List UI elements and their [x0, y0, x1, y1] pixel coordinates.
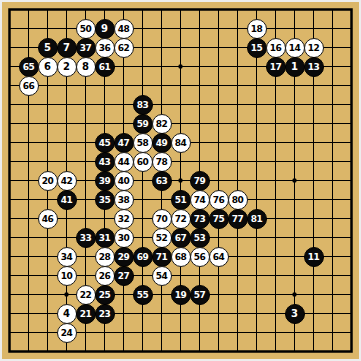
intersection-8-9[interactable]: 60 — [133, 152, 152, 171]
intersection-17-15[interactable] — [304, 266, 323, 285]
intersection-7-16[interactable] — [114, 285, 133, 304]
intersection-15-3[interactable]: 16 — [266, 38, 285, 57]
intersection-1-4[interactable] — [0, 57, 19, 76]
stone-black-11[interactable]: 11 — [304, 247, 324, 267]
intersection-11-3[interactable] — [190, 38, 209, 57]
intersection-14-14[interactable] — [247, 247, 266, 266]
stone-white-70[interactable]: 70 — [152, 209, 172, 229]
stone-black-19[interactable]: 19 — [171, 285, 191, 305]
intersection-8-12[interactable] — [133, 209, 152, 228]
intersection-7-10[interactable]: 40 — [114, 171, 133, 190]
intersection-17-9[interactable] — [304, 152, 323, 171]
intersection-1-18[interactable] — [0, 323, 19, 342]
intersection-9-10[interactable]: 63 — [152, 171, 171, 190]
intersection-5-11[interactable] — [76, 190, 95, 209]
stone-white-84[interactable]: 84 — [171, 133, 191, 153]
intersection-1-14[interactable] — [0, 247, 19, 266]
intersection-1-16[interactable] — [0, 285, 19, 304]
intersection-7-1[interactable] — [114, 0, 133, 19]
stone-black-9[interactable]: 9 — [95, 19, 115, 39]
intersection-1-15[interactable] — [0, 266, 19, 285]
intersection-3-18[interactable] — [38, 323, 57, 342]
intersection-8-6[interactable]: 83 — [133, 95, 152, 114]
stone-black-35[interactable]: 35 — [95, 190, 115, 210]
intersection-8-8[interactable]: 58 — [133, 133, 152, 152]
intersection-19-13[interactable] — [342, 228, 361, 247]
intersection-6-15[interactable]: 26 — [95, 266, 114, 285]
intersection-16-16[interactable] — [285, 285, 304, 304]
intersection-2-16[interactable] — [19, 285, 38, 304]
intersection-7-12[interactable]: 32 — [114, 209, 133, 228]
intersection-1-13[interactable] — [0, 228, 19, 247]
stone-white-2[interactable]: 2 — [57, 57, 77, 77]
intersection-14-11[interactable] — [247, 190, 266, 209]
intersection-4-12[interactable] — [57, 209, 76, 228]
intersection-12-2[interactable] — [209, 19, 228, 38]
intersection-9-14[interactable]: 71 — [152, 247, 171, 266]
stone-black-77[interactable]: 77 — [228, 209, 248, 229]
intersection-17-6[interactable] — [304, 95, 323, 114]
stone-white-58[interactable]: 58 — [133, 133, 153, 153]
intersection-9-19[interactable] — [152, 342, 171, 361]
stone-black-31[interactable]: 31 — [95, 228, 115, 248]
intersection-12-9[interactable] — [209, 152, 228, 171]
intersection-5-4[interactable]: 8 — [76, 57, 95, 76]
intersection-2-9[interactable] — [19, 152, 38, 171]
intersection-8-10[interactable] — [133, 171, 152, 190]
intersection-14-6[interactable] — [247, 95, 266, 114]
stone-white-82[interactable]: 82 — [152, 114, 172, 134]
intersection-11-15[interactable] — [190, 266, 209, 285]
intersection-12-16[interactable] — [209, 285, 228, 304]
intersection-14-10[interactable] — [247, 171, 266, 190]
intersection-17-4[interactable]: 13 — [304, 57, 323, 76]
intersection-1-2[interactable] — [0, 19, 19, 38]
stone-black-15[interactable]: 15 — [247, 38, 267, 58]
stone-black-25[interactable]: 25 — [95, 285, 115, 305]
stone-black-39[interactable]: 39 — [95, 171, 115, 191]
intersection-11-11[interactable]: 74 — [190, 190, 209, 209]
intersection-18-11[interactable] — [323, 190, 342, 209]
intersection-1-6[interactable] — [0, 95, 19, 114]
intersection-15-14[interactable] — [266, 247, 285, 266]
intersection-10-1[interactable] — [171, 0, 190, 19]
intersection-12-3[interactable] — [209, 38, 228, 57]
intersection-15-9[interactable] — [266, 152, 285, 171]
intersection-14-12[interactable]: 81 — [247, 209, 266, 228]
intersection-14-3[interactable]: 15 — [247, 38, 266, 57]
intersection-2-13[interactable] — [19, 228, 38, 247]
stone-black-75[interactable]: 75 — [209, 209, 229, 229]
intersection-10-5[interactable] — [171, 76, 190, 95]
intersection-19-11[interactable] — [342, 190, 361, 209]
intersection-14-13[interactable] — [247, 228, 266, 247]
intersection-18-18[interactable] — [323, 323, 342, 342]
intersection-13-7[interactable] — [228, 114, 247, 133]
intersection-19-8[interactable] — [342, 133, 361, 152]
intersection-11-18[interactable] — [190, 323, 209, 342]
intersection-12-19[interactable] — [209, 342, 228, 361]
intersection-4-2[interactable] — [57, 19, 76, 38]
stone-white-78[interactable]: 78 — [152, 152, 172, 172]
stone-white-60[interactable]: 60 — [133, 152, 153, 172]
intersection-4-4[interactable]: 2 — [57, 57, 76, 76]
intersection-6-6[interactable] — [95, 95, 114, 114]
intersection-17-5[interactable] — [304, 76, 323, 95]
stone-black-13[interactable]: 13 — [304, 57, 324, 77]
intersection-18-14[interactable] — [323, 247, 342, 266]
intersection-16-7[interactable] — [285, 114, 304, 133]
intersection-10-19[interactable] — [171, 342, 190, 361]
intersection-19-4[interactable] — [342, 57, 361, 76]
intersection-8-13[interactable] — [133, 228, 152, 247]
stone-white-32[interactable]: 32 — [114, 209, 134, 229]
intersection-15-11[interactable] — [266, 190, 285, 209]
intersection-8-7[interactable]: 59 — [133, 114, 152, 133]
intersection-17-16[interactable] — [304, 285, 323, 304]
intersection-4-1[interactable] — [57, 0, 76, 19]
intersection-13-2[interactable] — [228, 19, 247, 38]
intersection-14-16[interactable] — [247, 285, 266, 304]
intersection-9-4[interactable] — [152, 57, 171, 76]
intersection-12-1[interactable] — [209, 0, 228, 19]
intersection-4-3[interactable]: 7 — [57, 38, 76, 57]
intersection-1-11[interactable] — [0, 190, 19, 209]
intersection-11-4[interactable] — [190, 57, 209, 76]
intersection-17-13[interactable] — [304, 228, 323, 247]
intersection-2-1[interactable] — [19, 0, 38, 19]
stone-white-54[interactable]: 54 — [152, 266, 172, 286]
intersection-4-10[interactable]: 42 — [57, 171, 76, 190]
stone-white-36[interactable]: 36 — [95, 38, 115, 58]
intersection-16-10[interactable] — [285, 171, 304, 190]
intersection-14-15[interactable] — [247, 266, 266, 285]
intersection-12-12[interactable]: 75 — [209, 209, 228, 228]
stone-white-68[interactable]: 68 — [171, 247, 191, 267]
stone-black-29[interactable]: 29 — [114, 247, 134, 267]
intersection-15-13[interactable] — [266, 228, 285, 247]
intersection-10-9[interactable] — [171, 152, 190, 171]
stone-black-69[interactable]: 69 — [133, 247, 153, 267]
intersection-7-7[interactable] — [114, 114, 133, 133]
intersection-5-10[interactable] — [76, 171, 95, 190]
intersection-3-7[interactable] — [38, 114, 57, 133]
intersection-19-14[interactable] — [342, 247, 361, 266]
intersection-6-12[interactable] — [95, 209, 114, 228]
stone-black-71[interactable]: 71 — [152, 247, 172, 267]
intersection-4-13[interactable] — [57, 228, 76, 247]
intersection-6-1[interactable] — [95, 0, 114, 19]
intersection-19-5[interactable] — [342, 76, 361, 95]
stone-black-63[interactable]: 63 — [152, 171, 172, 191]
stone-white-34[interactable]: 34 — [57, 247, 77, 267]
intersection-15-19[interactable] — [266, 342, 285, 361]
stone-black-5[interactable]: 5 — [38, 38, 58, 58]
stone-white-10[interactable]: 10 — [57, 266, 77, 286]
intersection-13-17[interactable] — [228, 304, 247, 323]
intersection-3-12[interactable]: 46 — [38, 209, 57, 228]
intersection-2-18[interactable] — [19, 323, 38, 342]
intersection-16-11[interactable] — [285, 190, 304, 209]
intersection-5-7[interactable] — [76, 114, 95, 133]
intersection-9-5[interactable] — [152, 76, 171, 95]
intersection-2-14[interactable] — [19, 247, 38, 266]
intersection-19-6[interactable] — [342, 95, 361, 114]
intersection-10-12[interactable]: 72 — [171, 209, 190, 228]
intersection-3-15[interactable] — [38, 266, 57, 285]
intersection-5-14[interactable] — [76, 247, 95, 266]
intersection-17-1[interactable] — [304, 0, 323, 19]
intersection-18-8[interactable] — [323, 133, 342, 152]
intersection-3-3[interactable]: 5 — [38, 38, 57, 57]
intersection-5-5[interactable] — [76, 76, 95, 95]
intersection-1-9[interactable] — [0, 152, 19, 171]
intersection-2-6[interactable] — [19, 95, 38, 114]
intersection-11-10[interactable]: 79 — [190, 171, 209, 190]
intersection-9-2[interactable] — [152, 19, 171, 38]
intersection-15-2[interactable] — [266, 19, 285, 38]
intersection-5-18[interactable] — [76, 323, 95, 342]
intersection-15-4[interactable]: 17 — [266, 57, 285, 76]
intersection-2-8[interactable] — [19, 133, 38, 152]
stone-black-33[interactable]: 33 — [76, 228, 96, 248]
intersection-6-9[interactable]: 43 — [95, 152, 114, 171]
intersection-1-8[interactable] — [0, 133, 19, 152]
stone-black-3[interactable]: 3 — [285, 304, 305, 324]
intersection-4-7[interactable] — [57, 114, 76, 133]
intersection-15-17[interactable] — [266, 304, 285, 323]
intersection-1-12[interactable] — [0, 209, 19, 228]
intersection-19-18[interactable] — [342, 323, 361, 342]
intersection-5-3[interactable]: 37 — [76, 38, 95, 57]
intersection-15-8[interactable] — [266, 133, 285, 152]
intersection-6-3[interactable]: 36 — [95, 38, 114, 57]
intersection-9-15[interactable]: 54 — [152, 266, 171, 285]
stone-white-64[interactable]: 64 — [209, 247, 229, 267]
intersection-14-1[interactable] — [247, 0, 266, 19]
intersection-9-9[interactable]: 78 — [152, 152, 171, 171]
intersection-9-6[interactable] — [152, 95, 171, 114]
stone-black-49[interactable]: 49 — [152, 133, 172, 153]
intersection-6-10[interactable]: 39 — [95, 171, 114, 190]
intersection-13-14[interactable] — [228, 247, 247, 266]
intersection-10-7[interactable] — [171, 114, 190, 133]
stone-black-17[interactable]: 17 — [266, 57, 286, 77]
stone-white-18[interactable]: 18 — [247, 19, 267, 39]
intersection-19-15[interactable] — [342, 266, 361, 285]
stone-white-46[interactable]: 46 — [38, 209, 58, 229]
intersection-9-3[interactable] — [152, 38, 171, 57]
stone-black-51[interactable]: 51 — [171, 190, 191, 210]
intersection-12-14[interactable]: 64 — [209, 247, 228, 266]
intersection-18-10[interactable] — [323, 171, 342, 190]
stone-white-30[interactable]: 30 — [114, 228, 134, 248]
intersection-4-6[interactable] — [57, 95, 76, 114]
intersection-16-4[interactable]: 1 — [285, 57, 304, 76]
stone-white-74[interactable]: 74 — [190, 190, 210, 210]
intersection-8-15[interactable] — [133, 266, 152, 285]
intersection-3-16[interactable] — [38, 285, 57, 304]
intersection-11-16[interactable]: 57 — [190, 285, 209, 304]
intersection-11-12[interactable]: 73 — [190, 209, 209, 228]
intersection-2-17[interactable] — [19, 304, 38, 323]
intersection-10-11[interactable]: 51 — [171, 190, 190, 209]
intersection-18-6[interactable] — [323, 95, 342, 114]
stone-white-76[interactable]: 76 — [209, 190, 229, 210]
intersection-6-17[interactable]: 23 — [95, 304, 114, 323]
intersection-10-13[interactable]: 67 — [171, 228, 190, 247]
intersection-5-8[interactable] — [76, 133, 95, 152]
intersection-12-11[interactable]: 76 — [209, 190, 228, 209]
intersection-13-11[interactable]: 80 — [228, 190, 247, 209]
intersection-2-19[interactable] — [19, 342, 38, 361]
intersection-16-5[interactable] — [285, 76, 304, 95]
intersection-15-5[interactable] — [266, 76, 285, 95]
intersection-7-18[interactable] — [114, 323, 133, 342]
intersection-4-14[interactable]: 34 — [57, 247, 76, 266]
intersection-17-14[interactable]: 11 — [304, 247, 323, 266]
intersection-15-16[interactable] — [266, 285, 285, 304]
intersection-9-16[interactable] — [152, 285, 171, 304]
intersection-19-7[interactable] — [342, 114, 361, 133]
intersection-1-3[interactable] — [0, 38, 19, 57]
intersection-18-3[interactable] — [323, 38, 342, 57]
intersection-7-3[interactable]: 62 — [114, 38, 133, 57]
intersection-17-8[interactable] — [304, 133, 323, 152]
intersection-13-8[interactable] — [228, 133, 247, 152]
intersection-8-2[interactable] — [133, 19, 152, 38]
intersection-18-16[interactable] — [323, 285, 342, 304]
intersection-17-7[interactable] — [304, 114, 323, 133]
intersection-6-5[interactable] — [95, 76, 114, 95]
intersection-1-7[interactable] — [0, 114, 19, 133]
intersection-11-17[interactable] — [190, 304, 209, 323]
stone-black-67[interactable]: 67 — [171, 228, 191, 248]
intersection-13-1[interactable] — [228, 0, 247, 19]
intersection-10-16[interactable]: 19 — [171, 285, 190, 304]
intersection-2-11[interactable] — [19, 190, 38, 209]
intersection-3-1[interactable] — [38, 0, 57, 19]
intersection-12-7[interactable] — [209, 114, 228, 133]
intersection-19-1[interactable] — [342, 0, 361, 19]
stone-black-65[interactable]: 65 — [19, 57, 39, 77]
intersection-4-11[interactable]: 41 — [57, 190, 76, 209]
intersection-8-18[interactable] — [133, 323, 152, 342]
stone-white-22[interactable]: 22 — [76, 285, 96, 305]
stone-black-37[interactable]: 37 — [76, 38, 96, 58]
intersection-8-3[interactable] — [133, 38, 152, 57]
intersection-11-6[interactable] — [190, 95, 209, 114]
intersection-9-13[interactable]: 52 — [152, 228, 171, 247]
intersection-10-18[interactable] — [171, 323, 190, 342]
intersection-14-19[interactable] — [247, 342, 266, 361]
intersection-17-19[interactable] — [304, 342, 323, 361]
intersection-6-7[interactable] — [95, 114, 114, 133]
stone-white-24[interactable]: 24 — [57, 323, 77, 343]
intersection-10-2[interactable] — [171, 19, 190, 38]
intersection-14-17[interactable] — [247, 304, 266, 323]
intersection-4-15[interactable]: 10 — [57, 266, 76, 285]
intersection-14-18[interactable] — [247, 323, 266, 342]
stone-white-50[interactable]: 50 — [76, 19, 96, 39]
intersection-15-1[interactable] — [266, 0, 285, 19]
intersection-5-6[interactable] — [76, 95, 95, 114]
intersection-16-3[interactable]: 14 — [285, 38, 304, 57]
intersection-11-14[interactable]: 56 — [190, 247, 209, 266]
intersection-7-8[interactable]: 47 — [114, 133, 133, 152]
intersection-15-10[interactable] — [266, 171, 285, 190]
intersection-2-5[interactable]: 66 — [19, 76, 38, 95]
intersection-11-1[interactable] — [190, 0, 209, 19]
stone-white-66[interactable]: 66 — [19, 76, 39, 96]
intersection-11-5[interactable] — [190, 76, 209, 95]
intersection-16-19[interactable] — [285, 342, 304, 361]
stone-black-83[interactable]: 83 — [133, 95, 153, 115]
intersection-1-19[interactable] — [0, 342, 19, 361]
intersection-9-1[interactable] — [152, 0, 171, 19]
intersection-3-4[interactable]: 6 — [38, 57, 57, 76]
stone-black-43[interactable]: 43 — [95, 152, 115, 172]
intersection-16-15[interactable] — [285, 266, 304, 285]
intersection-7-4[interactable] — [114, 57, 133, 76]
intersection-12-4[interactable] — [209, 57, 228, 76]
intersection-9-12[interactable]: 70 — [152, 209, 171, 228]
intersection-16-14[interactable] — [285, 247, 304, 266]
stone-black-45[interactable]: 45 — [95, 133, 115, 153]
intersection-3-8[interactable] — [38, 133, 57, 152]
intersection-7-15[interactable]: 27 — [114, 266, 133, 285]
stone-black-41[interactable]: 41 — [57, 190, 77, 210]
intersection-3-10[interactable]: 20 — [38, 171, 57, 190]
intersection-11-7[interactable] — [190, 114, 209, 133]
intersection-11-8[interactable] — [190, 133, 209, 152]
intersection-6-19[interactable] — [95, 342, 114, 361]
intersection-18-19[interactable] — [323, 342, 342, 361]
intersection-3-17[interactable] — [38, 304, 57, 323]
intersection-13-4[interactable] — [228, 57, 247, 76]
intersection-12-8[interactable] — [209, 133, 228, 152]
stone-white-52[interactable]: 52 — [152, 228, 172, 248]
intersection-2-4[interactable]: 65 — [19, 57, 38, 76]
intersection-15-15[interactable] — [266, 266, 285, 285]
intersection-19-9[interactable] — [342, 152, 361, 171]
intersection-19-3[interactable] — [342, 38, 361, 57]
stone-white-12[interactable]: 12 — [304, 38, 324, 58]
stone-black-23[interactable]: 23 — [95, 304, 115, 324]
intersection-3-5[interactable] — [38, 76, 57, 95]
stone-white-38[interactable]: 38 — [114, 190, 134, 210]
intersection-18-4[interactable] — [323, 57, 342, 76]
intersection-8-17[interactable] — [133, 304, 152, 323]
intersection-2-15[interactable] — [19, 266, 38, 285]
intersection-16-13[interactable] — [285, 228, 304, 247]
stone-black-27[interactable]: 27 — [114, 266, 134, 286]
intersection-12-13[interactable] — [209, 228, 228, 247]
stone-black-1[interactable]: 1 — [285, 57, 305, 77]
stone-white-20[interactable]: 20 — [38, 171, 58, 191]
intersection-15-6[interactable] — [266, 95, 285, 114]
intersection-7-9[interactable]: 44 — [114, 152, 133, 171]
stone-black-61[interactable]: 61 — [95, 57, 115, 77]
intersection-16-9[interactable] — [285, 152, 304, 171]
intersection-14-2[interactable]: 18 — [247, 19, 266, 38]
intersection-19-10[interactable] — [342, 171, 361, 190]
stone-black-21[interactable]: 21 — [76, 304, 96, 324]
intersection-8-16[interactable]: 55 — [133, 285, 152, 304]
intersection-8-4[interactable] — [133, 57, 152, 76]
intersection-13-12[interactable]: 77 — [228, 209, 247, 228]
intersection-3-11[interactable] — [38, 190, 57, 209]
